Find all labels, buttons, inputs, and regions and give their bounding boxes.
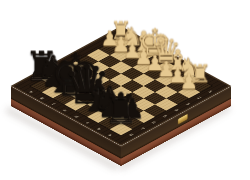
piece-white-rook: ♜	[173, 62, 227, 86]
square: ♝	[53, 92, 76, 104]
brass-plaque	[178, 114, 187, 124]
piece-white-rook: ♜	[94, 19, 148, 43]
photo-stage: ♜♞♝♚♛♝♞♜♟♟♟♟♟♟♟♟♟♟♟♟♟♟♟♟♜♞♝♚♛♝♞♜ hgfedcb…	[0, 0, 250, 180]
